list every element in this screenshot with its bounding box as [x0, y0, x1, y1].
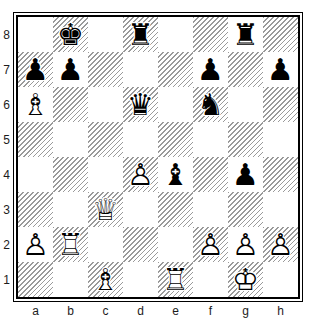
square-c2	[88, 227, 123, 262]
file-label-g: g	[228, 303, 263, 319]
chess-diagram: 87654321 ♚♚♜♜♜♜♟♟♟♟♟♟♟♟♝♗♛♛♞♞♟♙♝♝♟♟♛♕♟♙♜…	[0, 0, 314, 320]
square-d7	[123, 52, 158, 87]
black-queen: ♛	[123, 87, 158, 122]
square-b6	[53, 87, 88, 122]
square-c5	[88, 122, 123, 157]
file-label-d: d	[123, 303, 158, 319]
white-queen: ♕	[88, 192, 123, 227]
square-h1	[263, 262, 298, 297]
file-label-c: c	[88, 303, 123, 319]
square-g4: ♟♟	[228, 157, 263, 192]
file-label-f: f	[193, 303, 228, 319]
black-pawn: ♟	[53, 52, 88, 87]
file-labels: abcdefgh	[18, 303, 314, 319]
black-pawn: ♟	[193, 52, 228, 87]
square-g7	[228, 52, 263, 87]
chess-board: ♚♚♜♜♜♜♟♟♟♟♟♟♟♟♝♗♛♛♞♞♟♙♝♝♟♟♛♕♟♙♜♖♟♙♟♙♟♙♝♗…	[18, 17, 298, 297]
square-g1: ♚♔	[228, 262, 263, 297]
black-pawn: ♟	[18, 52, 53, 87]
black-bishop: ♝	[158, 157, 193, 192]
square-c3: ♛♕	[88, 192, 123, 227]
black-king: ♚	[53, 17, 88, 52]
square-b4	[53, 157, 88, 192]
square-g6	[228, 87, 263, 122]
square-b1	[53, 262, 88, 297]
square-d4: ♟♙	[123, 157, 158, 192]
square-e5	[158, 122, 193, 157]
square-a8	[18, 17, 53, 52]
square-b2: ♜♖	[53, 227, 88, 262]
rank-label-2: 2	[0, 227, 13, 262]
square-f1	[193, 262, 228, 297]
square-h6	[263, 87, 298, 122]
rank-label-1: 1	[0, 262, 13, 297]
square-b7: ♟♟	[53, 52, 88, 87]
rank-label-6: 6	[0, 87, 13, 122]
rank-label-5: 5	[0, 122, 13, 157]
square-c1: ♝♗	[88, 262, 123, 297]
square-g5	[228, 122, 263, 157]
square-c7	[88, 52, 123, 87]
square-e6	[158, 87, 193, 122]
black-pawn: ♟	[263, 52, 298, 87]
square-a3	[18, 192, 53, 227]
white-king: ♔	[228, 262, 263, 297]
board-frame: ♚♚♜♜♜♜♟♟♟♟♟♟♟♟♝♗♛♛♞♞♟♙♝♝♟♟♛♕♟♙♜♖♟♙♟♙♟♙♝♗…	[13, 12, 303, 302]
square-g3	[228, 192, 263, 227]
square-f8	[193, 17, 228, 52]
black-rook: ♜	[123, 17, 158, 52]
white-pawn: ♙	[228, 227, 263, 262]
square-d3	[123, 192, 158, 227]
board-inner-border: ♚♚♜♜♜♜♟♟♟♟♟♟♟♟♝♗♛♛♞♞♟♙♝♝♟♟♛♕♟♙♜♖♟♙♟♙♟♙♝♗…	[16, 15, 300, 299]
square-d8: ♜♜	[123, 17, 158, 52]
square-b3	[53, 192, 88, 227]
square-g8: ♜♜	[228, 17, 263, 52]
square-d5	[123, 122, 158, 157]
black-pawn: ♟	[228, 157, 263, 192]
square-e8	[158, 17, 193, 52]
black-rook: ♜	[228, 17, 263, 52]
white-pawn: ♙	[18, 227, 53, 262]
square-e7	[158, 52, 193, 87]
square-e2	[158, 227, 193, 262]
square-h4	[263, 157, 298, 192]
square-f6: ♞♞	[193, 87, 228, 122]
square-g2: ♟♙	[228, 227, 263, 262]
square-f4	[193, 157, 228, 192]
file-label-e: e	[158, 303, 193, 319]
white-rook: ♖	[158, 262, 193, 297]
square-d1	[123, 262, 158, 297]
square-b5	[53, 122, 88, 157]
square-a4	[18, 157, 53, 192]
square-h2: ♟♙	[263, 227, 298, 262]
white-bishop: ♗	[18, 87, 53, 122]
rank-labels: 87654321	[0, 12, 13, 302]
square-d2	[123, 227, 158, 262]
file-label-h: h	[263, 303, 298, 319]
square-c4	[88, 157, 123, 192]
square-h5	[263, 122, 298, 157]
square-h7: ♟♟	[263, 52, 298, 87]
white-pawn: ♙	[193, 227, 228, 262]
file-label-b: b	[53, 303, 88, 319]
white-bishop: ♗	[88, 262, 123, 297]
square-h8	[263, 17, 298, 52]
rank-label-7: 7	[0, 52, 13, 87]
square-e3	[158, 192, 193, 227]
rank-label-8: 8	[0, 17, 13, 52]
square-d6: ♛♛	[123, 87, 158, 122]
rank-label-4: 4	[0, 157, 13, 192]
square-f7: ♟♟	[193, 52, 228, 87]
black-knight: ♞	[193, 87, 228, 122]
square-c8	[88, 17, 123, 52]
square-h3	[263, 192, 298, 227]
square-e1: ♜♖	[158, 262, 193, 297]
square-f3	[193, 192, 228, 227]
square-a6: ♝♗	[18, 87, 53, 122]
square-e4: ♝♝	[158, 157, 193, 192]
square-a1	[18, 262, 53, 297]
white-pawn: ♙	[263, 227, 298, 262]
white-rook: ♖	[53, 227, 88, 262]
rank-label-3: 3	[0, 192, 13, 227]
square-c6	[88, 87, 123, 122]
board-with-rank-labels: 87654321 ♚♚♜♜♜♜♟♟♟♟♟♟♟♟♝♗♛♛♞♞♟♙♝♝♟♟♛♕♟♙♜…	[0, 0, 314, 302]
square-a2: ♟♙	[18, 227, 53, 262]
square-f5	[193, 122, 228, 157]
square-a5	[18, 122, 53, 157]
white-pawn: ♙	[123, 157, 158, 192]
square-f2: ♟♙	[193, 227, 228, 262]
square-a7: ♟♟	[18, 52, 53, 87]
square-b8: ♚♚	[53, 17, 88, 52]
file-label-a: a	[18, 303, 53, 319]
